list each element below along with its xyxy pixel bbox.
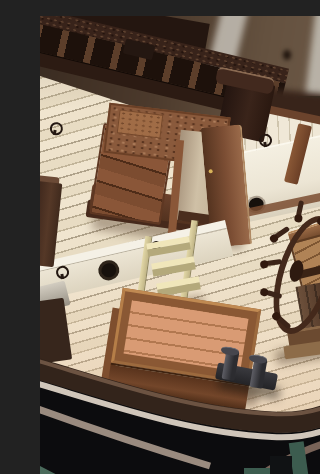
- model-ship-photo: Close-up photograph of a handcrafted woo…: [40, 16, 320, 474]
- table-green-bottom-center: [244, 468, 272, 474]
- stand-leg: [270, 456, 292, 474]
- hull-and-table: [40, 16, 320, 474]
